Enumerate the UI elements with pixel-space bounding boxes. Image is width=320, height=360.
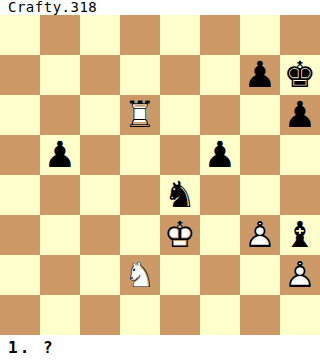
piece-fill: ♟ (200, 135, 240, 175)
square-e6[interactable] (160, 95, 200, 135)
square-f4[interactable] (200, 175, 240, 215)
square-d3[interactable] (120, 215, 160, 255)
white-rook[interactable]: ♜♖ (120, 95, 160, 135)
square-a7[interactable] (0, 55, 40, 95)
piece-fill: ♞ (120, 255, 160, 295)
black-pawn[interactable]: ♟ (40, 135, 80, 175)
square-f6[interactable] (200, 95, 240, 135)
square-g2[interactable] (240, 255, 280, 295)
square-b5[interactable]: ♟ (40, 135, 80, 175)
piece-fill: ♟ (40, 135, 80, 175)
black-king[interactable]: ♚ (280, 55, 320, 95)
square-a5[interactable] (0, 135, 40, 175)
piece-outline: ♘ (120, 255, 160, 295)
square-e8[interactable] (160, 15, 200, 55)
square-h3[interactable]: ♝ (280, 215, 320, 255)
square-g5[interactable] (240, 135, 280, 175)
square-b8[interactable] (40, 15, 80, 55)
square-h5[interactable] (280, 135, 320, 175)
square-f2[interactable] (200, 255, 240, 295)
black-pawn[interactable]: ♟ (280, 95, 320, 135)
square-h4[interactable] (280, 175, 320, 215)
square-d4[interactable] (120, 175, 160, 215)
piece-fill: ♟ (280, 95, 320, 135)
piece-fill: ♟ (240, 215, 280, 255)
square-h6[interactable]: ♟ (280, 95, 320, 135)
square-g8[interactable] (240, 15, 280, 55)
square-c7[interactable] (80, 55, 120, 95)
square-a4[interactable] (0, 175, 40, 215)
square-e1[interactable] (160, 295, 200, 335)
square-c6[interactable] (80, 95, 120, 135)
square-a2[interactable] (0, 255, 40, 295)
white-king[interactable]: ♚♔ (160, 215, 200, 255)
square-d5[interactable] (120, 135, 160, 175)
black-pawn[interactable]: ♟ (200, 135, 240, 175)
square-b3[interactable] (40, 215, 80, 255)
square-e7[interactable] (160, 55, 200, 95)
square-b1[interactable] (40, 295, 80, 335)
square-a1[interactable] (0, 295, 40, 335)
square-c3[interactable] (80, 215, 120, 255)
square-c8[interactable] (80, 15, 120, 55)
square-d8[interactable] (120, 15, 160, 55)
square-c5[interactable] (80, 135, 120, 175)
square-g4[interactable] (240, 175, 280, 215)
square-a3[interactable] (0, 215, 40, 255)
piece-fill: ♟ (240, 55, 280, 95)
piece-outline: ♖ (120, 95, 160, 135)
piece-fill: ♜ (120, 95, 160, 135)
square-h7[interactable]: ♚ (280, 55, 320, 95)
square-e2[interactable] (160, 255, 200, 295)
square-f7[interactable] (200, 55, 240, 95)
white-pawn[interactable]: ♟♙ (240, 215, 280, 255)
square-e5[interactable] (160, 135, 200, 175)
square-g7[interactable]: ♟ (240, 55, 280, 95)
square-g1[interactable] (240, 295, 280, 335)
square-d1[interactable] (120, 295, 160, 335)
square-e4[interactable]: ♞ (160, 175, 200, 215)
square-f1[interactable] (200, 295, 240, 335)
square-c4[interactable] (80, 175, 120, 215)
square-d7[interactable] (120, 55, 160, 95)
square-h8[interactable] (280, 15, 320, 55)
square-f8[interactable] (200, 15, 240, 55)
piece-outline: ♙ (280, 255, 320, 295)
piece-outline: ♙ (240, 215, 280, 255)
chess-board: ♟♚♜♖♟♟♟♞♚♔♟♙♝♞♘♟♙ (0, 15, 320, 335)
square-g3[interactable]: ♟♙ (240, 215, 280, 255)
black-knight[interactable]: ♞ (160, 175, 200, 215)
square-d2[interactable]: ♞♘ (120, 255, 160, 295)
square-g6[interactable] (240, 95, 280, 135)
white-pawn[interactable]: ♟♙ (280, 255, 320, 295)
square-c2[interactable] (80, 255, 120, 295)
move-prompt: 1. ? (0, 335, 320, 360)
black-bishop[interactable]: ♝ (280, 215, 320, 255)
square-e3[interactable]: ♚♔ (160, 215, 200, 255)
piece-fill: ♟ (280, 255, 320, 295)
square-d6[interactable]: ♜♖ (120, 95, 160, 135)
piece-fill: ♝ (280, 215, 320, 255)
black-pawn[interactable]: ♟ (240, 55, 280, 95)
square-b7[interactable] (40, 55, 80, 95)
square-h1[interactable] (280, 295, 320, 335)
piece-outline: ♔ (160, 215, 200, 255)
piece-fill: ♚ (280, 55, 320, 95)
square-c1[interactable] (80, 295, 120, 335)
square-h2[interactable]: ♟♙ (280, 255, 320, 295)
piece-fill: ♚ (160, 215, 200, 255)
square-b2[interactable] (40, 255, 80, 295)
square-a6[interactable] (0, 95, 40, 135)
chess-window: Crafty.318 ♟♚♜♖♟♟♟♞♚♔♟♙♝♞♘♟♙ 1. ? (0, 0, 320, 360)
square-b4[interactable] (40, 175, 80, 215)
piece-fill: ♞ (160, 175, 200, 215)
square-b6[interactable] (40, 95, 80, 135)
white-knight[interactable]: ♞♘ (120, 255, 160, 295)
window-title: Crafty.318 (0, 0, 320, 15)
square-f3[interactable] (200, 215, 240, 255)
square-a8[interactable] (0, 15, 40, 55)
square-f5[interactable]: ♟ (200, 135, 240, 175)
